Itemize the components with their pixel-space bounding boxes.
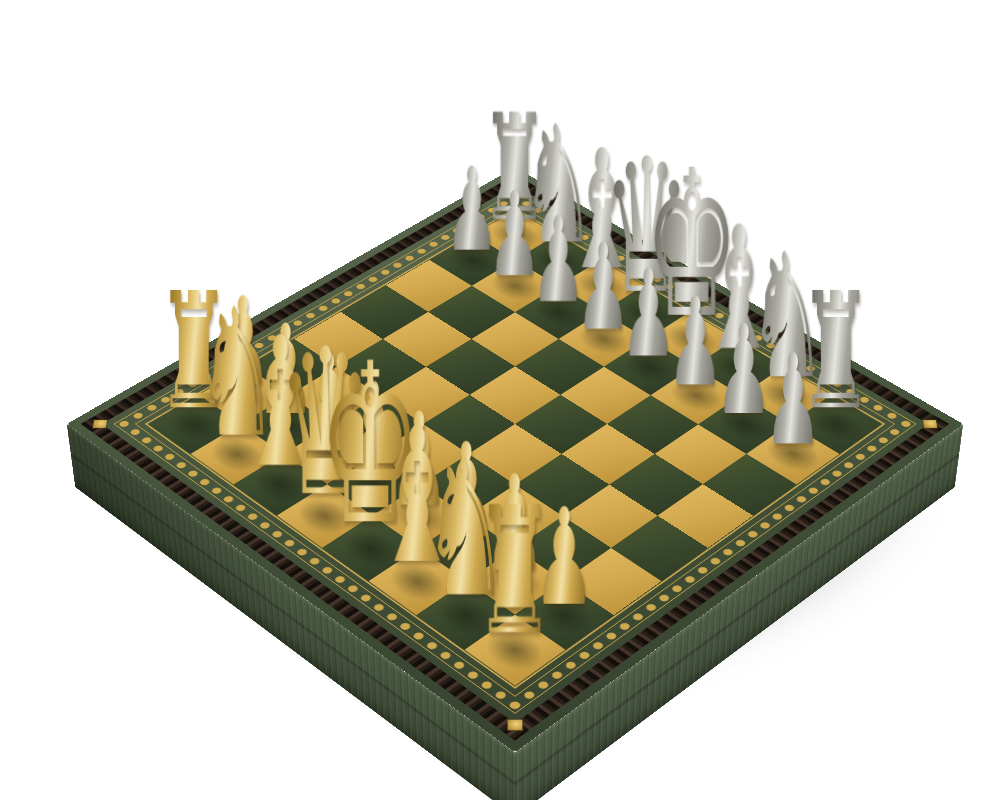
square-h1[interactable]: ♜ [465, 615, 565, 686]
board-top-surface: ♜♞♝♛♚♝♞♜♟♟♟♟♟♟♟♟♟♟♟♟♟♟♟♟♜♞♝♛♚♝♞♜ [67, 167, 964, 752]
corner-rosette [508, 720, 523, 731]
chess-board-case: ♜♞♝♛♚♝♞♜♟♟♟♟♟♟♟♟♟♟♟♟♟♟♟♟♜♞♝♛♚♝♞♜ [67, 167, 964, 752]
chess-set-photo: ♜♞♝♛♚♝♞♜♟♟♟♟♟♟♟♟♟♟♟♟♟♟♟♟♜♞♝♛♚♝♞♜ [0, 0, 1000, 800]
chess-board-grid: ♜♞♝♛♚♝♞♜♟♟♟♟♟♟♟♟♟♟♟♟♟♟♟♟♜♞♝♛♚♝♞♜ [149, 210, 882, 686]
